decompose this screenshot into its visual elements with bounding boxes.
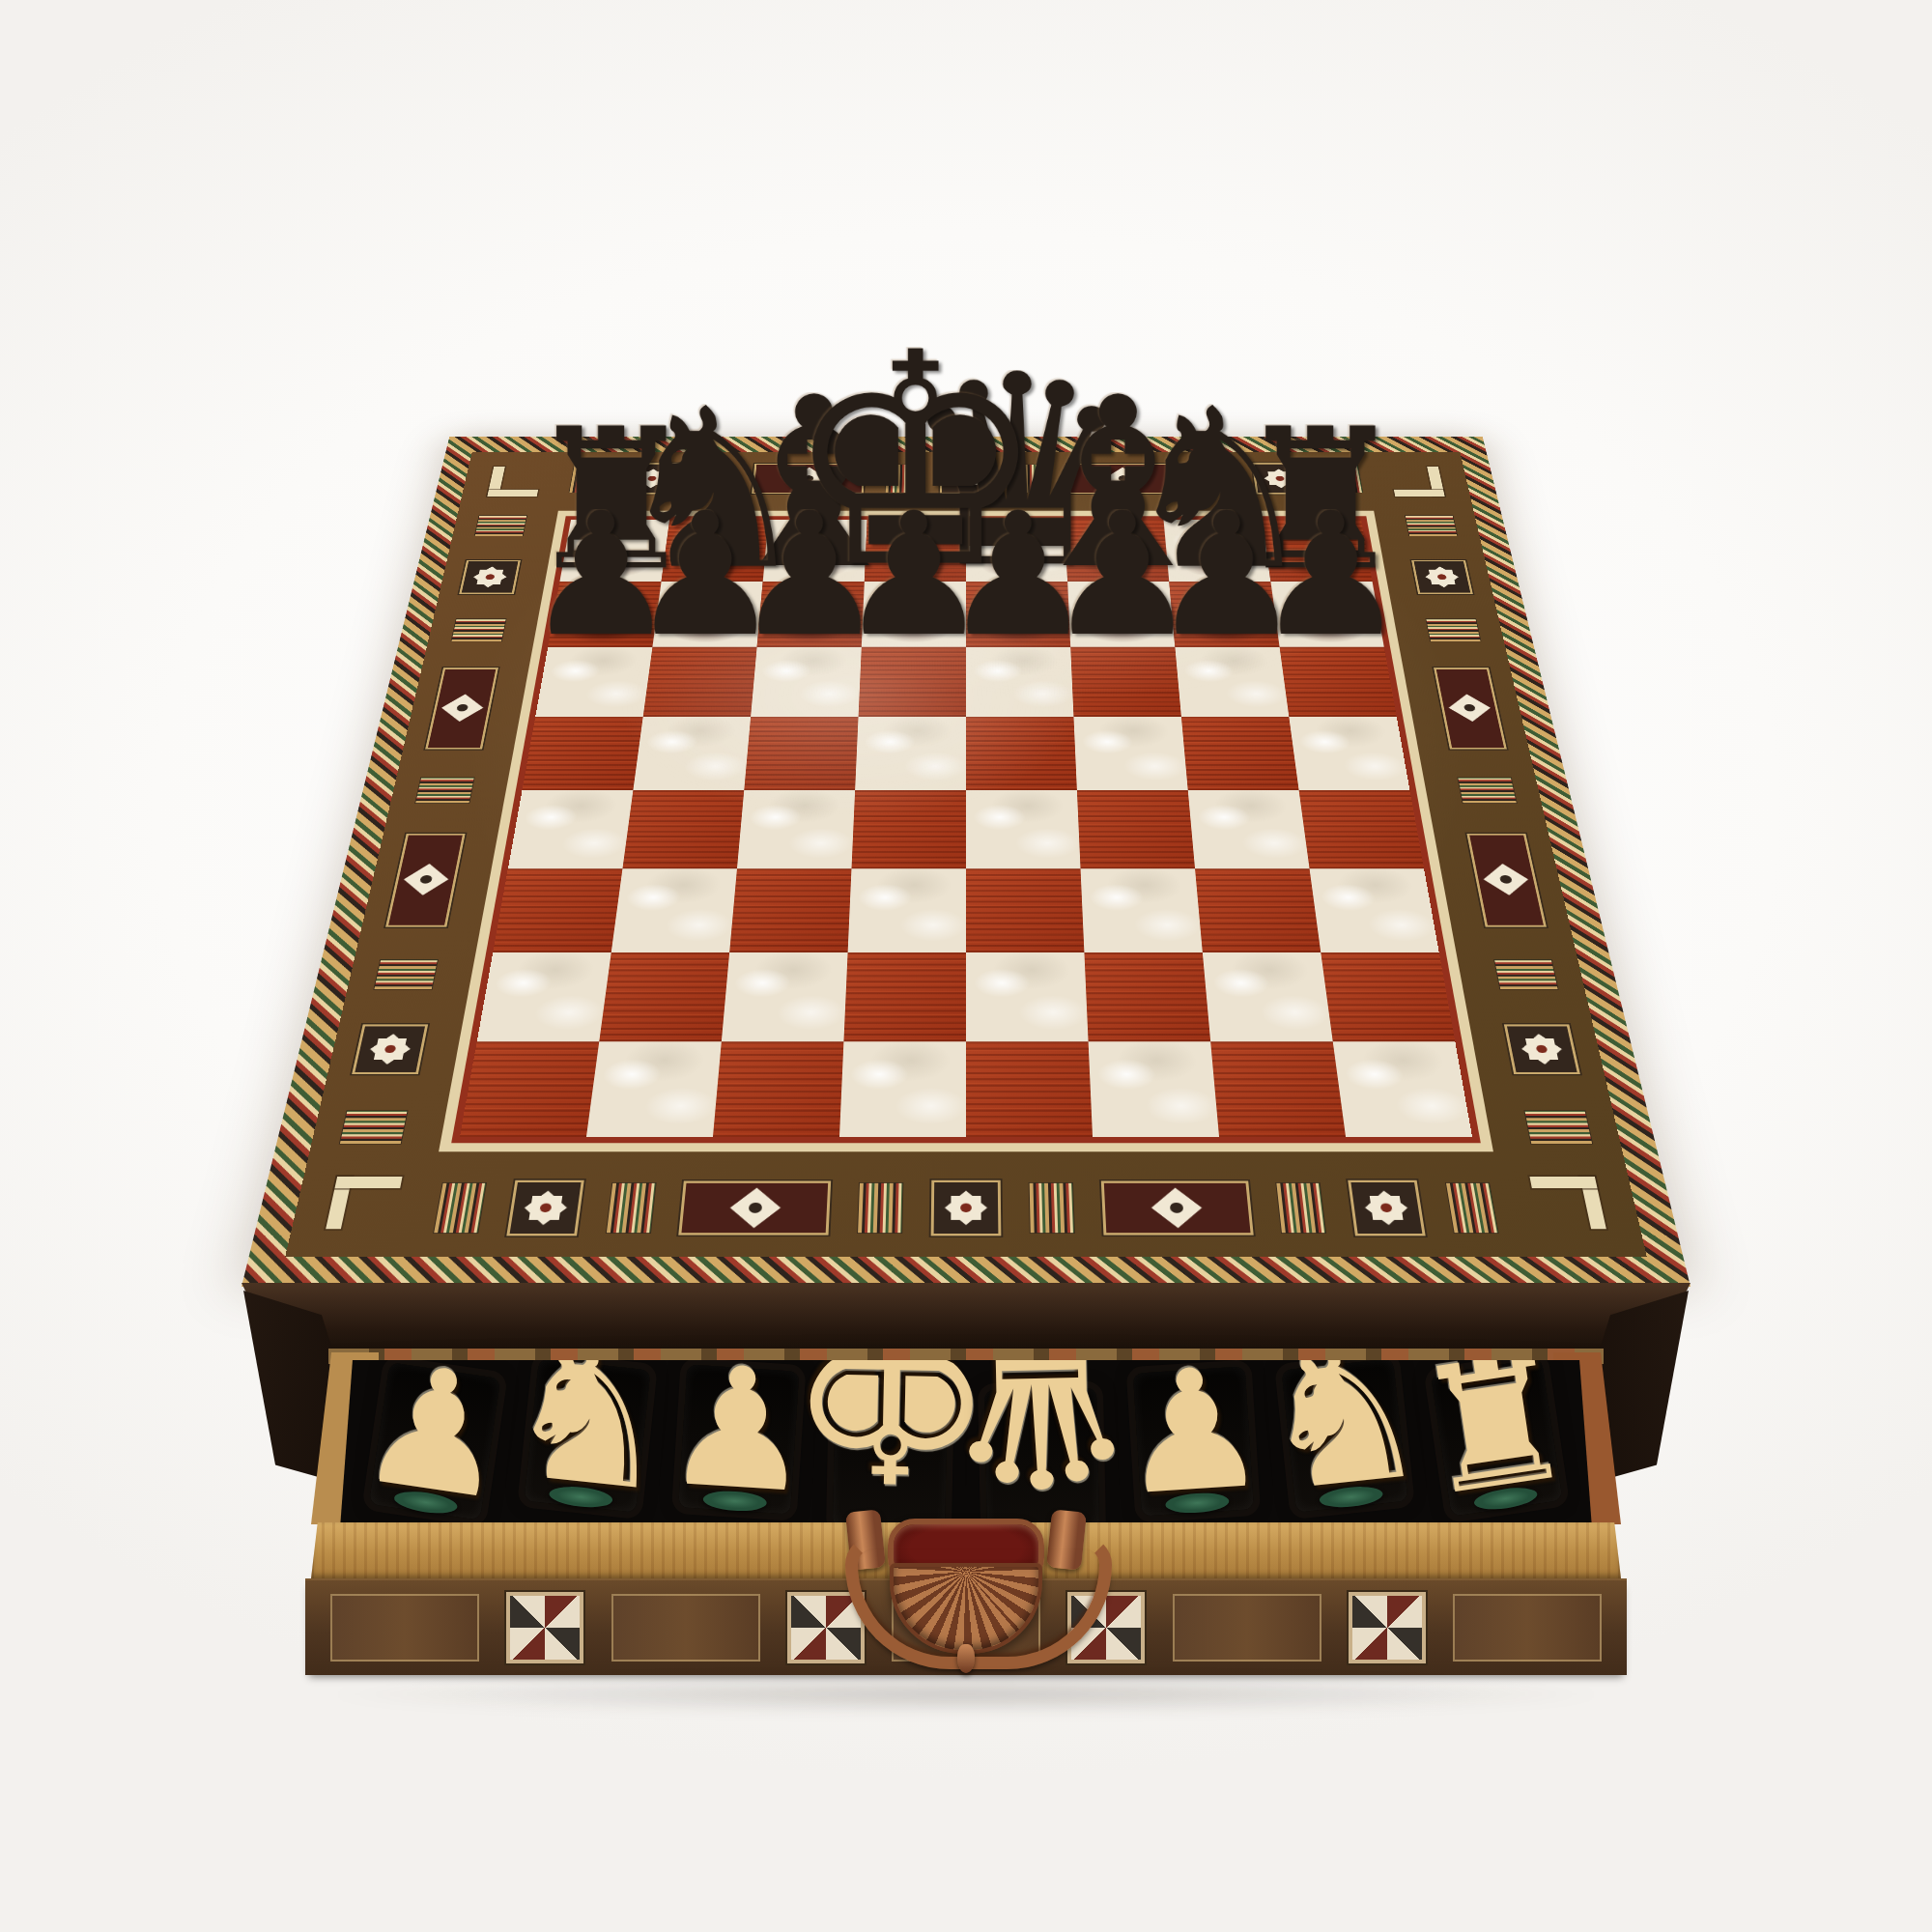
square-g1[interactable] bbox=[1210, 1041, 1346, 1137]
square-b3[interactable] bbox=[611, 868, 737, 952]
border-medallion-star bbox=[506, 1180, 583, 1236]
floor-shadow bbox=[319, 1675, 1613, 1714]
square-a1[interactable] bbox=[460, 1041, 599, 1137]
square-g2[interactable] bbox=[1203, 952, 1333, 1041]
border-medallion-ticks bbox=[1425, 618, 1481, 641]
border-medallion-ticks bbox=[605, 1182, 656, 1234]
border-strip-bottom bbox=[430, 1169, 1501, 1247]
grid-frame-red: ♜♞♝♚♛♝♞♜♟♟♟♟♟♟♟♟ bbox=[451, 516, 1481, 1143]
grid-frame-ivory: ♜♞♝♚♛♝♞♜♟♟♟♟♟♟♟♟ bbox=[439, 511, 1493, 1151]
border-medallion-diamond bbox=[679, 1180, 832, 1235]
square-c4[interactable] bbox=[737, 790, 855, 868]
square-a6[interactable] bbox=[535, 647, 652, 717]
drawer-front-panel-mosaic-2 bbox=[506, 1592, 583, 1663]
square-c5[interactable] bbox=[744, 717, 858, 790]
border-medallion-star bbox=[1411, 560, 1473, 594]
square-e1[interactable] bbox=[966, 1041, 1093, 1137]
square-d3[interactable] bbox=[848, 868, 966, 952]
square-f6[interactable] bbox=[1070, 647, 1181, 717]
border-medallion-diamond bbox=[1466, 834, 1547, 927]
black-pawn[interactable]: ♟ bbox=[1255, 509, 1407, 641]
border-medallion-ticks bbox=[1028, 1182, 1074, 1234]
chess-grid: ♜♞♝♚♛♝♞♜♟♟♟♟♟♟♟♟ bbox=[460, 520, 1472, 1137]
square-c1[interactable] bbox=[713, 1041, 843, 1137]
border-medallion-star bbox=[940, 463, 992, 494]
mosaic-border-band: ♜♞♝♚♛♝♞♜♟♟♟♟♟♟♟♟ bbox=[285, 452, 1647, 1257]
square-b5[interactable] bbox=[633, 717, 751, 790]
board-top: ♜♞♝♚♛♝♞♜♟♟♟♟♟♟♟♟ bbox=[241, 437, 1690, 1287]
square-f3[interactable] bbox=[1081, 868, 1203, 952]
border-medallion-ticks bbox=[857, 1182, 903, 1234]
border-medallion-ticks bbox=[1445, 1182, 1499, 1234]
board-3d-scene: ♜♞♝♚♛♝♞♜♟♟♟♟♟♟♟♟ bbox=[241, 435, 1690, 1287]
square-h3[interactable] bbox=[1310, 868, 1439, 952]
border-medallion-star bbox=[931, 1180, 1002, 1236]
border-medallion-diamond bbox=[1066, 464, 1179, 494]
drawer-slot-3[interactable]: ♟ bbox=[678, 1364, 799, 1514]
square-f4[interactable] bbox=[1077, 790, 1195, 868]
border-medallion-ticks bbox=[1523, 1110, 1593, 1144]
square-g4[interactable] bbox=[1188, 790, 1310, 868]
handle-bail[interactable] bbox=[845, 1536, 1112, 1669]
square-e6[interactable] bbox=[966, 647, 1073, 717]
border-medallion-ticks bbox=[373, 959, 439, 990]
drawer-slot-7[interactable]: ♞ bbox=[1282, 1358, 1408, 1512]
square-c6[interactable] bbox=[751, 647, 862, 717]
square-d5[interactable] bbox=[855, 717, 966, 790]
border-medallion-ticks bbox=[1493, 959, 1559, 990]
drawer-front-panel-mosaic-8 bbox=[1349, 1592, 1426, 1663]
border-medallion-star bbox=[1252, 463, 1309, 494]
drawer-front-panel-plain-1 bbox=[330, 1594, 479, 1662]
square-b6[interactable] bbox=[643, 647, 757, 717]
square-h1[interactable] bbox=[1333, 1041, 1472, 1137]
drawer-front-panel-plain-9 bbox=[1453, 1594, 1602, 1662]
square-c2[interactable] bbox=[722, 952, 848, 1041]
drawer-handle[interactable] bbox=[821, 1503, 1111, 1692]
square-h2[interactable] bbox=[1321, 952, 1455, 1041]
square-a2[interactable] bbox=[477, 952, 611, 1041]
square-a3[interactable] bbox=[493, 868, 622, 952]
square-c3[interactable] bbox=[729, 868, 851, 952]
border-medallion-ticks bbox=[474, 515, 527, 536]
border-medallion-star bbox=[1348, 1180, 1425, 1236]
border-medallion-ticks bbox=[1276, 1182, 1327, 1234]
square-e3[interactable] bbox=[966, 868, 1084, 952]
square-b4[interactable] bbox=[622, 790, 744, 868]
border-medallion-ticks bbox=[1457, 778, 1517, 804]
border-medallion-ticks bbox=[1405, 515, 1458, 536]
corner-inlay-bottom-right bbox=[1504, 1159, 1635, 1249]
square-f2[interactable] bbox=[1084, 952, 1210, 1041]
drawer-slot-1[interactable]: ♟ bbox=[369, 1362, 500, 1520]
drawer-slot-6[interactable]: ♟ bbox=[1133, 1366, 1254, 1516]
square-f5[interactable] bbox=[1073, 717, 1187, 790]
border-medallion-diamond bbox=[1100, 1180, 1253, 1235]
square-e2[interactable] bbox=[966, 952, 1089, 1041]
square-b1[interactable] bbox=[586, 1041, 722, 1137]
square-e4[interactable] bbox=[966, 790, 1081, 868]
border-medallion-star bbox=[459, 560, 521, 594]
white-pawn-stored[interactable]: ♟ bbox=[1114, 1353, 1272, 1512]
corner-inlay-bottom-left bbox=[297, 1159, 428, 1249]
square-g5[interactable] bbox=[1181, 717, 1299, 790]
square-a4[interactable] bbox=[508, 790, 633, 868]
square-f1[interactable] bbox=[1089, 1041, 1219, 1137]
border-medallion-diamond bbox=[385, 834, 466, 927]
square-b2[interactable] bbox=[599, 952, 729, 1041]
square-h5[interactable] bbox=[1289, 717, 1409, 790]
border-medallion-diamond bbox=[752, 464, 865, 494]
border-medallion-star bbox=[1504, 1024, 1580, 1074]
square-h7[interactable]: ♟ bbox=[1270, 582, 1383, 647]
drawer-front-panel-plain-7 bbox=[1173, 1594, 1321, 1662]
square-e5[interactable] bbox=[966, 717, 1077, 790]
drawer-front-panel-plain-3 bbox=[611, 1594, 760, 1662]
border-medallion-ticks bbox=[433, 1182, 487, 1234]
square-d1[interactable] bbox=[839, 1041, 966, 1137]
square-h6[interactable] bbox=[1280, 647, 1397, 717]
border-medallion-diamond bbox=[1434, 668, 1507, 749]
square-g6[interactable] bbox=[1175, 647, 1289, 717]
square-a5[interactable] bbox=[523, 717, 643, 790]
square-d6[interactable] bbox=[859, 647, 966, 717]
square-d2[interactable] bbox=[843, 952, 966, 1041]
border-medallion-diamond bbox=[425, 668, 498, 749]
product-photo-stage: ♜♞♝♚♛♝♞♜♟♟♟♟♟♟♟♟ ♟♞♟♚♛♟♞♜ bbox=[0, 0, 1932, 1932]
border-medallion-ticks bbox=[451, 618, 507, 641]
square-g3[interactable] bbox=[1195, 868, 1321, 952]
square-d4[interactable] bbox=[851, 790, 966, 868]
white-rook-stored[interactable]: ♜ bbox=[1406, 1336, 1583, 1514]
drawer-slot-8[interactable]: ♜ bbox=[1431, 1358, 1562, 1516]
border-medallion-star bbox=[623, 463, 680, 494]
border-medallion-star bbox=[352, 1024, 428, 1074]
border-medallion-ticks bbox=[414, 778, 474, 804]
border-medallion-ticks bbox=[339, 1110, 409, 1144]
handle-drop-finial bbox=[957, 1644, 975, 1673]
drawer-slot-2[interactable]: ♞ bbox=[524, 1358, 650, 1512]
square-h4[interactable] bbox=[1299, 790, 1424, 868]
